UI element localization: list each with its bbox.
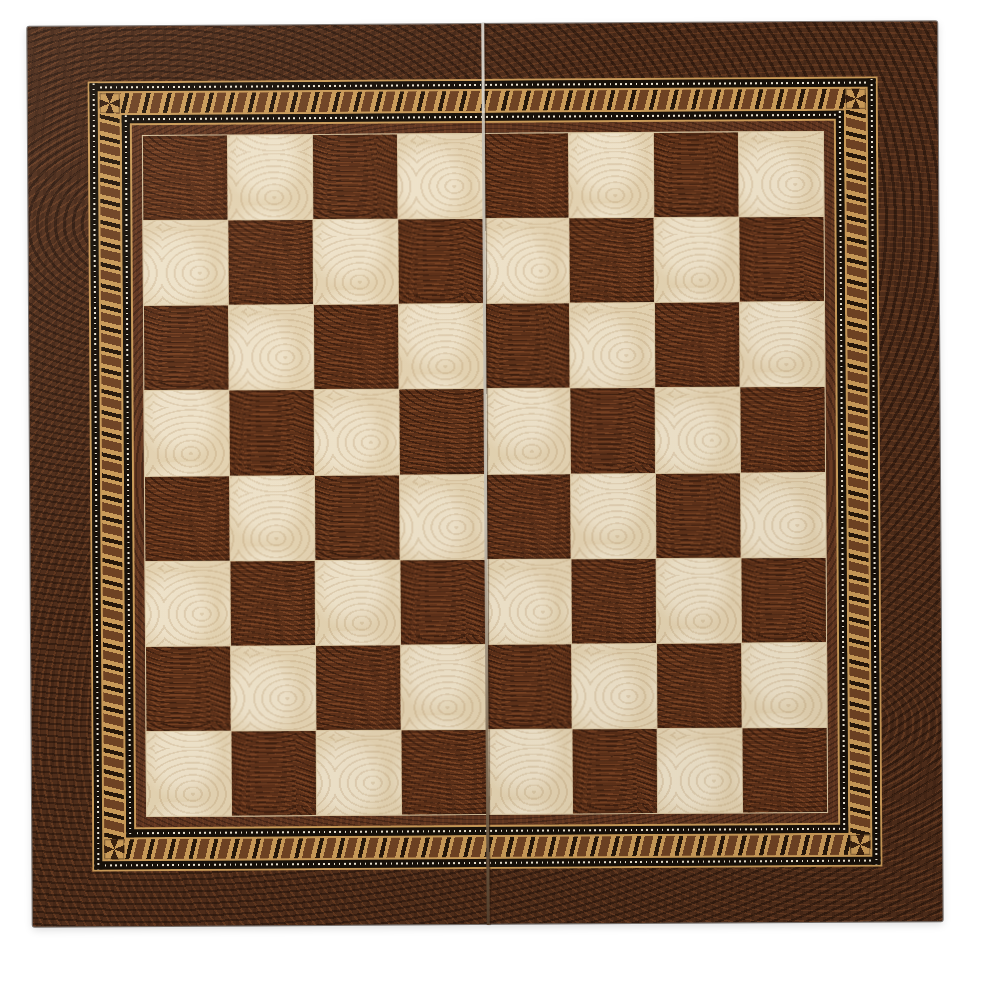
square-b2	[231, 646, 316, 731]
corner-star-motif	[104, 839, 124, 859]
square-h2	[742, 643, 827, 728]
square-g5	[655, 388, 740, 473]
square-e7	[484, 219, 569, 304]
square-f2	[572, 644, 657, 729]
board-photo	[0, 0, 1000, 1000]
square-f5	[570, 388, 655, 473]
square-h5	[740, 387, 825, 472]
square-f4	[571, 473, 656, 558]
corner-star-motif	[850, 835, 870, 855]
square-a3	[146, 561, 231, 646]
square-g7	[654, 218, 739, 303]
square-h6	[740, 302, 825, 387]
square-c1	[317, 730, 402, 815]
square-a6	[144, 306, 229, 391]
square-b6	[229, 305, 314, 390]
square-b4	[230, 476, 315, 561]
square-g3	[656, 558, 741, 643]
square-c6	[314, 305, 399, 390]
square-d5	[400, 389, 485, 474]
square-g6	[655, 303, 740, 388]
corner-star-motif	[100, 93, 120, 113]
square-a2	[146, 646, 231, 731]
square-a7	[143, 221, 228, 306]
square-d4	[400, 475, 485, 560]
square-f1	[572, 729, 657, 814]
square-c5	[315, 390, 400, 475]
square-f6	[570, 303, 655, 388]
square-d1	[402, 730, 487, 815]
square-f3	[571, 559, 656, 644]
square-a4	[145, 476, 230, 561]
square-c3	[316, 560, 401, 645]
square-a8	[143, 136, 228, 221]
square-e2	[487, 644, 572, 729]
square-a1	[147, 731, 232, 816]
square-e1	[487, 729, 572, 814]
square-g2	[657, 643, 742, 728]
square-h4	[741, 472, 826, 557]
square-a5	[144, 391, 229, 476]
square-d3	[401, 560, 486, 645]
square-d8	[398, 134, 483, 219]
square-f8	[569, 133, 654, 218]
square-e3	[486, 559, 571, 644]
square-f7	[569, 218, 654, 303]
square-c8	[313, 135, 398, 220]
square-e4	[486, 474, 571, 559]
square-e8	[483, 133, 568, 218]
square-c7	[314, 220, 399, 305]
square-h1	[742, 728, 827, 813]
square-h8	[739, 132, 824, 217]
square-d7	[399, 219, 484, 304]
square-d6	[399, 304, 484, 389]
chess-board	[27, 21, 942, 927]
square-g4	[656, 473, 741, 558]
square-b5	[230, 390, 315, 475]
square-b7	[229, 220, 314, 305]
square-h7	[739, 217, 824, 302]
square-g1	[657, 728, 742, 813]
square-c2	[316, 645, 401, 730]
square-e5	[485, 389, 570, 474]
square-d2	[401, 645, 486, 730]
square-b8	[228, 135, 313, 220]
square-e6	[484, 304, 569, 389]
square-c4	[315, 475, 400, 560]
square-b1	[232, 731, 317, 816]
square-h3	[741, 558, 826, 643]
corner-star-motif	[846, 89, 866, 109]
square-b3	[231, 561, 316, 646]
square-g8	[654, 132, 739, 217]
